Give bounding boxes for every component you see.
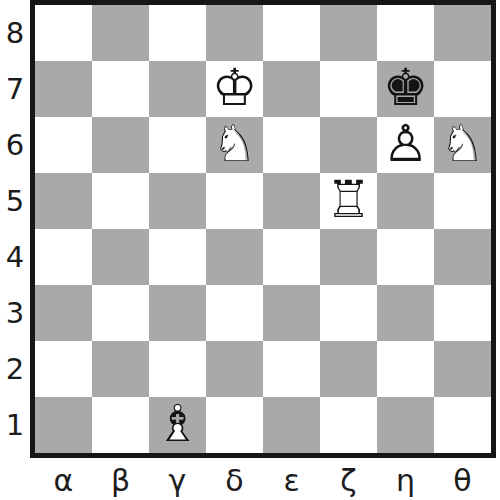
white-knight[interactable]: ♞♘ (434, 117, 491, 173)
square-η7[interactable]: ♚ (377, 61, 434, 117)
square-δ6[interactable]: ♞♘ (206, 117, 263, 173)
rank-label-6: 6 (0, 117, 30, 173)
square-β8[interactable] (92, 5, 149, 61)
square-α1[interactable] (35, 397, 92, 453)
square-α6[interactable] (35, 117, 92, 173)
chess-diagram: 87654321 ♚♔♚♞♘♟♙♞♘♜♖♝♗ αβγδεζηθ (0, 0, 500, 500)
square-θ2[interactable] (434, 341, 491, 397)
white-king[interactable]: ♚♔ (206, 61, 263, 117)
square-ε8[interactable] (263, 5, 320, 61)
white-pawn[interactable]: ♟♙ (377, 117, 434, 173)
square-ε1[interactable] (263, 397, 320, 453)
white-knight[interactable]: ♞♘ (206, 117, 263, 173)
white-knight-outline: ♘ (212, 118, 258, 169)
square-ζ1[interactable] (320, 397, 377, 453)
rank-labels: 87654321 (0, 5, 30, 453)
square-η1[interactable] (377, 397, 434, 453)
file-label-δ: δ (206, 461, 263, 500)
white-bishop-outline: ♗ (155, 398, 201, 449)
square-η5[interactable] (377, 173, 434, 229)
square-γ8[interactable] (149, 5, 206, 61)
square-δ3[interactable] (206, 285, 263, 341)
square-δ8[interactable] (206, 5, 263, 61)
square-ε2[interactable] (263, 341, 320, 397)
square-δ4[interactable] (206, 229, 263, 285)
file-label-β: β (92, 461, 149, 500)
white-rook-outline: ♖ (326, 174, 372, 225)
square-α3[interactable] (35, 285, 92, 341)
rank-label-4: 4 (0, 229, 30, 285)
white-rook[interactable]: ♜♖ (320, 173, 377, 229)
square-ε4[interactable] (263, 229, 320, 285)
square-β4[interactable] (92, 229, 149, 285)
file-label-γ: γ (149, 461, 206, 500)
file-label-θ: θ (434, 461, 491, 500)
square-α5[interactable] (35, 173, 92, 229)
square-γ3[interactable] (149, 285, 206, 341)
rank-label-5: 5 (0, 173, 30, 229)
square-η2[interactable] (377, 341, 434, 397)
square-θ7[interactable] (434, 61, 491, 117)
file-label-α: α (35, 461, 92, 500)
square-δ7[interactable]: ♚♔ (206, 61, 263, 117)
square-ζ6[interactable] (320, 117, 377, 173)
chessboard: ♚♔♚♞♘♟♙♞♘♜♖♝♗ (30, 0, 496, 458)
square-η8[interactable] (377, 5, 434, 61)
file-label-ε: ε (263, 461, 320, 500)
square-ε7[interactable] (263, 61, 320, 117)
square-θ3[interactable] (434, 285, 491, 341)
square-α4[interactable] (35, 229, 92, 285)
square-δ2[interactable] (206, 341, 263, 397)
square-β2[interactable] (92, 341, 149, 397)
white-knight-outline: ♘ (440, 118, 486, 169)
square-ε3[interactable] (263, 285, 320, 341)
rank-label-1: 1 (0, 397, 30, 453)
square-β6[interactable] (92, 117, 149, 173)
square-ζ5[interactable]: ♜♖ (320, 173, 377, 229)
rank-label-8: 8 (0, 5, 30, 61)
square-β3[interactable] (92, 285, 149, 341)
white-king-outline: ♔ (212, 62, 258, 113)
square-θ4[interactable] (434, 229, 491, 285)
black-king-glyph: ♚ (383, 62, 429, 113)
square-β5[interactable] (92, 173, 149, 229)
white-bishop[interactable]: ♝♗ (149, 397, 206, 453)
square-α2[interactable] (35, 341, 92, 397)
square-θ6[interactable]: ♞♘ (434, 117, 491, 173)
square-ε5[interactable] (263, 173, 320, 229)
square-θ5[interactable] (434, 173, 491, 229)
square-γ4[interactable] (149, 229, 206, 285)
file-labels: αβγδεζηθ (35, 461, 491, 500)
square-θ8[interactable] (434, 5, 491, 61)
square-ζ3[interactable] (320, 285, 377, 341)
square-δ5[interactable] (206, 173, 263, 229)
file-label-η: η (377, 461, 434, 500)
square-η4[interactable] (377, 229, 434, 285)
white-pawn-outline: ♙ (383, 118, 429, 169)
square-γ7[interactable] (149, 61, 206, 117)
rank-label-7: 7 (0, 61, 30, 117)
square-δ1[interactable] (206, 397, 263, 453)
square-γ6[interactable] (149, 117, 206, 173)
file-label-ζ: ζ (320, 461, 377, 500)
square-α7[interactable] (35, 61, 92, 117)
rank-label-2: 2 (0, 341, 30, 397)
square-β7[interactable] (92, 61, 149, 117)
square-ζ8[interactable] (320, 5, 377, 61)
square-α8[interactable] (35, 5, 92, 61)
square-γ1[interactable]: ♝♗ (149, 397, 206, 453)
rank-label-3: 3 (0, 285, 30, 341)
square-ζ2[interactable] (320, 341, 377, 397)
square-θ1[interactable] (434, 397, 491, 453)
square-β1[interactable] (92, 397, 149, 453)
square-ζ4[interactable] (320, 229, 377, 285)
square-ζ7[interactable] (320, 61, 377, 117)
square-η6[interactable]: ♟♙ (377, 117, 434, 173)
square-ε6[interactable] (263, 117, 320, 173)
square-η3[interactable] (377, 285, 434, 341)
square-γ5[interactable] (149, 173, 206, 229)
black-king[interactable]: ♚ (377, 61, 434, 117)
square-γ2[interactable] (149, 341, 206, 397)
